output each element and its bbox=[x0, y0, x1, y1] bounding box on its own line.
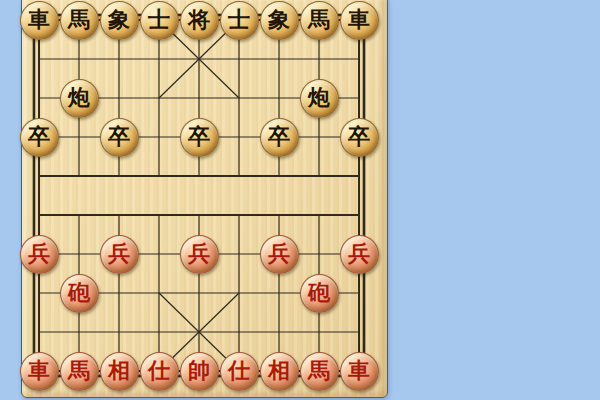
piece-black-horse[interactable]: 馬 bbox=[300, 1, 339, 40]
piece-black-advisor[interactable]: 士 bbox=[220, 1, 259, 40]
piece-red-general[interactable]: 帥 bbox=[180, 352, 219, 391]
piece-black-cannon[interactable]: 炮 bbox=[60, 79, 99, 118]
piece-red-advisor[interactable]: 仕 bbox=[140, 352, 179, 391]
piece-red-elephant[interactable]: 相 bbox=[260, 352, 299, 391]
piece-black-soldier[interactable]: 卒 bbox=[20, 118, 59, 157]
piece-black-elephant[interactable]: 象 bbox=[100, 1, 139, 40]
piece-red-soldier[interactable]: 兵 bbox=[100, 235, 139, 274]
piece-red-soldier[interactable]: 兵 bbox=[340, 235, 379, 274]
board[interactable]: 車馬象士将士象馬車炮炮卒卒卒卒卒兵兵兵兵兵砲砲車馬相仕帥仕相馬車 bbox=[21, 0, 388, 398]
piece-black-chariot[interactable]: 車 bbox=[20, 1, 59, 40]
app-background: 車馬象士将士象馬車炮炮卒卒卒卒卒兵兵兵兵兵砲砲車馬相仕帥仕相馬車 bbox=[0, 0, 600, 400]
piece-red-soldier[interactable]: 兵 bbox=[180, 235, 219, 274]
piece-red-advisor[interactable]: 仕 bbox=[220, 352, 259, 391]
piece-black-soldier[interactable]: 卒 bbox=[260, 118, 299, 157]
piece-black-soldier[interactable]: 卒 bbox=[100, 118, 139, 157]
piece-red-horse[interactable]: 馬 bbox=[60, 352, 99, 391]
piece-red-soldier[interactable]: 兵 bbox=[260, 235, 299, 274]
piece-black-chariot[interactable]: 車 bbox=[340, 1, 379, 40]
piece-red-cannon[interactable]: 砲 bbox=[300, 274, 339, 313]
piece-black-soldier[interactable]: 卒 bbox=[340, 118, 379, 157]
piece-red-soldier[interactable]: 兵 bbox=[20, 235, 59, 274]
piece-black-elephant[interactable]: 象 bbox=[260, 1, 299, 40]
piece-black-soldier[interactable]: 卒 bbox=[180, 118, 219, 157]
piece-red-cannon[interactable]: 砲 bbox=[60, 274, 99, 313]
piece-black-cannon[interactable]: 炮 bbox=[300, 79, 339, 118]
piece-black-advisor[interactable]: 士 bbox=[140, 1, 179, 40]
piece-red-horse[interactable]: 馬 bbox=[300, 352, 339, 391]
pieces-grid: 車馬象士将士象馬車炮炮卒卒卒卒卒兵兵兵兵兵砲砲車馬相仕帥仕相馬車 bbox=[19, 1, 379, 391]
piece-red-chariot[interactable]: 車 bbox=[20, 352, 59, 391]
piece-black-horse[interactable]: 馬 bbox=[60, 1, 99, 40]
piece-black-general[interactable]: 将 bbox=[180, 1, 219, 40]
piece-red-elephant[interactable]: 相 bbox=[100, 352, 139, 391]
piece-red-chariot[interactable]: 車 bbox=[340, 352, 379, 391]
